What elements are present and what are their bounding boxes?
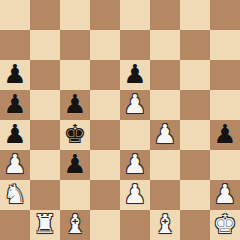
square-b4[interactable] bbox=[30, 120, 60, 150]
square-h1[interactable]: ♚ bbox=[210, 210, 240, 240]
square-d1[interactable] bbox=[90, 210, 120, 240]
square-d4[interactable] bbox=[90, 120, 120, 150]
square-g8[interactable] bbox=[180, 0, 210, 30]
square-a8[interactable] bbox=[0, 0, 30, 30]
square-c1[interactable]: ♝ bbox=[60, 210, 90, 240]
chess-board: ♟♟♟♟♟♟♚♟♟♟♟♟♞♟♟♜♝♝♚ bbox=[0, 0, 240, 240]
square-f2[interactable] bbox=[150, 180, 180, 210]
white-pawn[interactable]: ♟ bbox=[123, 149, 146, 179]
square-e7[interactable] bbox=[120, 30, 150, 60]
square-e2[interactable]: ♟ bbox=[120, 180, 150, 210]
square-c4[interactable]: ♚ bbox=[60, 120, 90, 150]
white-rook[interactable]: ♜ bbox=[33, 209, 56, 239]
square-g3[interactable] bbox=[180, 150, 210, 180]
square-c8[interactable] bbox=[60, 0, 90, 30]
square-d2[interactable] bbox=[90, 180, 120, 210]
white-knight[interactable]: ♞ bbox=[3, 179, 26, 209]
black-pawn[interactable]: ♟ bbox=[123, 59, 146, 89]
square-c2[interactable] bbox=[60, 180, 90, 210]
black-pawn[interactable]: ♟ bbox=[3, 89, 26, 119]
white-pawn[interactable]: ♟ bbox=[123, 89, 146, 119]
black-pawn[interactable]: ♟ bbox=[63, 149, 86, 179]
white-pawn[interactable]: ♟ bbox=[213, 179, 236, 209]
white-pawn[interactable]: ♟ bbox=[3, 149, 26, 179]
square-d7[interactable] bbox=[90, 30, 120, 60]
white-bishop[interactable]: ♝ bbox=[153, 209, 176, 239]
white-king[interactable]: ♚ bbox=[213, 209, 236, 239]
square-d6[interactable] bbox=[90, 60, 120, 90]
square-d3[interactable] bbox=[90, 150, 120, 180]
square-h6[interactable] bbox=[210, 60, 240, 90]
square-b8[interactable] bbox=[30, 0, 60, 30]
square-a5[interactable]: ♟ bbox=[0, 90, 30, 120]
square-b6[interactable] bbox=[30, 60, 60, 90]
square-b3[interactable] bbox=[30, 150, 60, 180]
square-c7[interactable] bbox=[60, 30, 90, 60]
square-h4[interactable]: ♟ bbox=[210, 120, 240, 150]
black-pawn[interactable]: ♟ bbox=[3, 59, 26, 89]
square-g7[interactable] bbox=[180, 30, 210, 60]
square-e6[interactable]: ♟ bbox=[120, 60, 150, 90]
black-pawn[interactable]: ♟ bbox=[213, 119, 236, 149]
square-g2[interactable] bbox=[180, 180, 210, 210]
black-pawn[interactable]: ♟ bbox=[63, 89, 86, 119]
square-f3[interactable] bbox=[150, 150, 180, 180]
black-pawn[interactable]: ♟ bbox=[3, 119, 26, 149]
square-b1[interactable]: ♜ bbox=[30, 210, 60, 240]
square-d8[interactable] bbox=[90, 0, 120, 30]
square-f5[interactable] bbox=[150, 90, 180, 120]
square-e5[interactable]: ♟ bbox=[120, 90, 150, 120]
square-a4[interactable]: ♟ bbox=[0, 120, 30, 150]
square-a2[interactable]: ♞ bbox=[0, 180, 30, 210]
square-g1[interactable] bbox=[180, 210, 210, 240]
white-pawn[interactable]: ♟ bbox=[123, 179, 146, 209]
square-h7[interactable] bbox=[210, 30, 240, 60]
square-a1[interactable] bbox=[0, 210, 30, 240]
white-pawn[interactable]: ♟ bbox=[153, 119, 176, 149]
square-a7[interactable] bbox=[0, 30, 30, 60]
white-bishop[interactable]: ♝ bbox=[63, 209, 86, 239]
square-f7[interactable] bbox=[150, 30, 180, 60]
square-g4[interactable] bbox=[180, 120, 210, 150]
black-king[interactable]: ♚ bbox=[63, 119, 86, 149]
square-e4[interactable] bbox=[120, 120, 150, 150]
square-f4[interactable]: ♟ bbox=[150, 120, 180, 150]
square-c3[interactable]: ♟ bbox=[60, 150, 90, 180]
square-a3[interactable]: ♟ bbox=[0, 150, 30, 180]
square-g6[interactable] bbox=[180, 60, 210, 90]
square-e3[interactable]: ♟ bbox=[120, 150, 150, 180]
square-f8[interactable] bbox=[150, 0, 180, 30]
square-b7[interactable] bbox=[30, 30, 60, 60]
square-b5[interactable] bbox=[30, 90, 60, 120]
square-h2[interactable]: ♟ bbox=[210, 180, 240, 210]
square-g5[interactable] bbox=[180, 90, 210, 120]
square-f6[interactable] bbox=[150, 60, 180, 90]
square-h8[interactable] bbox=[210, 0, 240, 30]
square-h5[interactable] bbox=[210, 90, 240, 120]
square-c6[interactable] bbox=[60, 60, 90, 90]
square-d5[interactable] bbox=[90, 90, 120, 120]
square-e1[interactable] bbox=[120, 210, 150, 240]
square-c5[interactable]: ♟ bbox=[60, 90, 90, 120]
square-a6[interactable]: ♟ bbox=[0, 60, 30, 90]
square-b2[interactable] bbox=[30, 180, 60, 210]
square-e8[interactable] bbox=[120, 0, 150, 30]
square-h3[interactable] bbox=[210, 150, 240, 180]
square-f1[interactable]: ♝ bbox=[150, 210, 180, 240]
